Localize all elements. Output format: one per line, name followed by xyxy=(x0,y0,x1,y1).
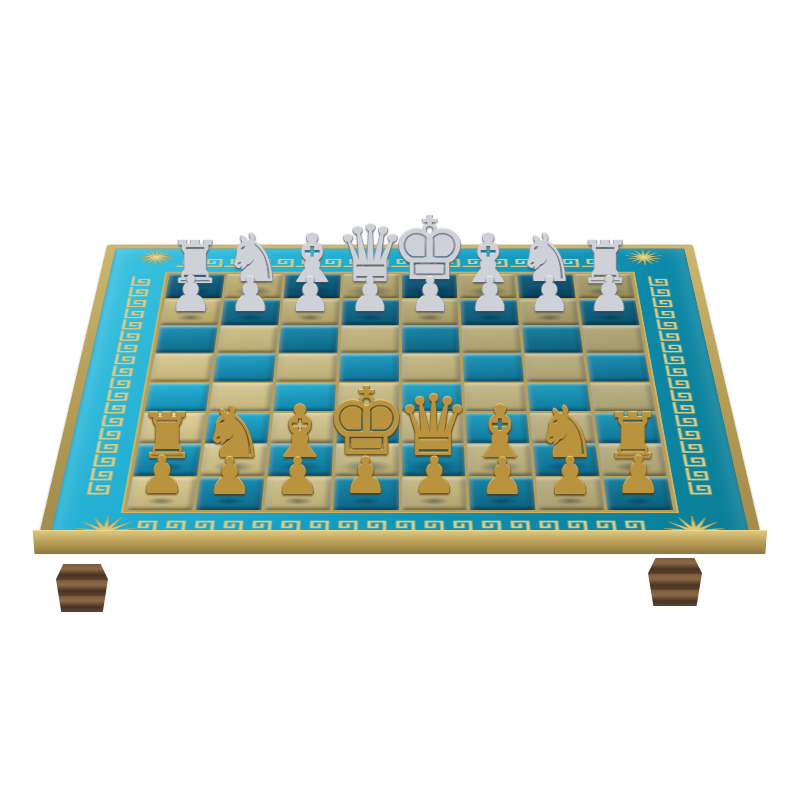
brass-pawn-piece[interactable]: ♟ xyxy=(612,450,664,502)
brass-pawn-piece[interactable]: ♟ xyxy=(341,452,391,502)
silver-pawn-piece[interactable]: ♟ xyxy=(287,271,334,318)
brass-pawn-piece[interactable]: ♟ xyxy=(545,451,596,502)
brass-pawn-piece[interactable]: ♟ xyxy=(136,450,188,502)
board-front-edge xyxy=(33,530,768,554)
scene: ♜♞♝♛♚♝♞♜♟♟♟♟♟♟♟♟♜♞♝♚♛♝♞♜♟♟♟♟♟♟♟♟ xyxy=(0,0,800,800)
brass-pawn-piece[interactable]: ♟ xyxy=(477,452,527,503)
brass-pawn-piece[interactable]: ♟ xyxy=(409,452,459,502)
silver-pawn-piece[interactable]: ♟ xyxy=(526,271,574,319)
square-f6[interactable] xyxy=(462,326,522,352)
square-c6[interactable] xyxy=(278,326,338,352)
brass-pawn-piece[interactable]: ♟ xyxy=(272,452,322,503)
silver-pawn-piece[interactable]: ♟ xyxy=(407,272,454,319)
square-b6[interactable] xyxy=(217,326,278,352)
brass-pawn-piece[interactable]: ♟ xyxy=(204,451,255,502)
silver-pawn-piece[interactable]: ♟ xyxy=(585,270,633,318)
square-d6[interactable] xyxy=(340,326,399,352)
silver-pawn-piece[interactable]: ♟ xyxy=(167,270,215,318)
square-e6[interactable] xyxy=(401,326,460,352)
board-foot-right xyxy=(648,558,702,606)
silver-pawn-piece[interactable]: ♟ xyxy=(466,271,513,318)
square-g6[interactable] xyxy=(522,326,583,352)
square-h6[interactable] xyxy=(582,326,644,352)
silver-pawn-piece[interactable]: ♟ xyxy=(346,272,393,319)
square-a6[interactable] xyxy=(155,326,217,352)
silver-pawn-piece[interactable]: ♟ xyxy=(227,271,275,319)
board-foot-left xyxy=(56,564,108,612)
